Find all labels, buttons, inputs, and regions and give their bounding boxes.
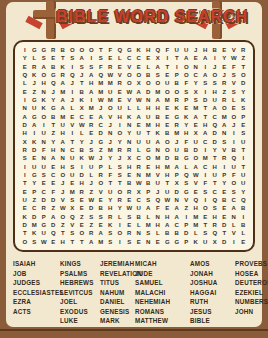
grid-cell[interactable]: H — [77, 179, 87, 187]
grid-cell[interactable]: B — [163, 229, 173, 237]
grid-cell[interactable]: U — [58, 121, 68, 129]
grid-cell[interactable]: H — [87, 79, 97, 87]
grid-cell[interactable]: L — [144, 63, 154, 71]
grid-cell[interactable]: E — [115, 96, 125, 104]
grid-cell[interactable]: Q — [49, 79, 59, 87]
grid-cell[interactable]: Z — [49, 204, 59, 212]
grid-cell[interactable]: S — [106, 229, 116, 237]
grid-cell[interactable]: A — [210, 104, 220, 112]
grid-cell[interactable]: C — [201, 138, 211, 146]
grid-cell[interactable]: H — [58, 163, 68, 171]
grid-cell[interactable]: L — [125, 104, 135, 112]
grid-cell[interactable]: H — [106, 204, 116, 212]
grid-cell[interactable]: V — [106, 113, 116, 121]
grid-cell[interactable]: E — [134, 63, 144, 71]
grid-cell[interactable]: R — [239, 46, 249, 54]
grid-cell[interactable]: B — [134, 213, 144, 221]
grid-cell[interactable]: V — [96, 188, 106, 196]
grid-cell[interactable]: B — [163, 129, 173, 137]
grid-cell[interactable]: B — [144, 179, 154, 187]
grid-cell[interactable]: B — [96, 204, 106, 212]
grid-cell[interactable]: I — [182, 213, 192, 221]
grid-cell[interactable]: K — [30, 229, 40, 237]
grid-cell[interactable]: H — [49, 146, 59, 154]
grid-cell[interactable]: E — [153, 238, 163, 246]
grid-cell[interactable]: C — [191, 71, 201, 79]
grid-cell[interactable]: O — [163, 88, 173, 96]
grid-cell[interactable]: Y — [115, 204, 125, 212]
grid-cell[interactable]: I — [163, 54, 173, 62]
grid-cell[interactable]: S — [220, 138, 230, 146]
grid-cell[interactable]: M — [153, 88, 163, 96]
grid-cell[interactable]: L — [229, 221, 239, 229]
grid-cell[interactable]: K — [20, 213, 30, 221]
grid-cell[interactable]: E — [77, 196, 87, 204]
grid-cell[interactable]: A — [77, 54, 87, 62]
grid-cell[interactable]: A — [172, 213, 182, 221]
grid-cell[interactable]: Z — [182, 204, 192, 212]
grid-cell[interactable]: W — [134, 96, 144, 104]
grid-cell[interactable]: D — [201, 96, 211, 104]
grid-cell[interactable]: S — [201, 79, 211, 87]
grid-cell[interactable]: I — [87, 54, 97, 62]
grid-cell[interactable]: G — [30, 46, 40, 54]
grid-cell[interactable]: O — [68, 46, 78, 54]
grid-cell[interactable]: L — [153, 229, 163, 237]
grid-cell[interactable]: R — [125, 146, 135, 154]
grid-cell[interactable]: Q — [153, 196, 163, 204]
grid-cell[interactable]: E — [163, 71, 173, 79]
grid-cell[interactable]: A — [153, 96, 163, 104]
grid-cell[interactable]: A — [163, 221, 173, 229]
grid-cell[interactable]: S — [229, 71, 239, 79]
grid-cell[interactable]: X — [153, 54, 163, 62]
grid-cell[interactable]: E — [77, 204, 87, 212]
grid-cell[interactable]: T — [68, 238, 78, 246]
grid-cell[interactable]: S — [239, 129, 249, 137]
grid-cell[interactable]: K — [30, 138, 40, 146]
grid-cell[interactable]: K — [106, 221, 116, 229]
grid-cell[interactable]: A — [153, 138, 163, 146]
grid-cell[interactable]: S — [68, 229, 78, 237]
grid-cell[interactable]: A — [58, 96, 68, 104]
grid-cell[interactable]: N — [229, 213, 239, 221]
grid-cell[interactable]: S — [229, 188, 239, 196]
grid-cell[interactable]: I — [201, 196, 211, 204]
grid-cell[interactable]: C — [134, 154, 144, 162]
grid-cell[interactable]: H — [163, 171, 173, 179]
grid-cell[interactable]: O — [182, 63, 192, 71]
grid-cell[interactable]: A — [96, 229, 106, 237]
grid-cell[interactable]: G — [163, 238, 173, 246]
grid-cell[interactable]: T — [239, 146, 249, 154]
grid-cell[interactable]: O — [182, 71, 192, 79]
grid-cell[interactable]: N — [134, 229, 144, 237]
grid-cell[interactable]: R — [172, 96, 182, 104]
grid-cell[interactable]: N — [134, 171, 144, 179]
grid-cell[interactable]: X — [77, 104, 87, 112]
grid-cell[interactable]: U — [210, 171, 220, 179]
grid-cell[interactable]: L — [20, 79, 30, 87]
grid-cell[interactable]: B — [77, 88, 87, 96]
grid-cell[interactable]: K — [153, 129, 163, 137]
grid-cell[interactable]: J — [229, 121, 239, 129]
grid-cell[interactable]: P — [144, 188, 154, 196]
grid-cell[interactable]: X — [125, 154, 135, 162]
grid-cell[interactable]: R — [220, 79, 230, 87]
grid-cell[interactable]: B — [125, 179, 135, 187]
grid-cell[interactable]: V — [68, 221, 78, 229]
grid-cell[interactable]: R — [106, 63, 116, 71]
grid-cell[interactable]: E — [134, 121, 144, 129]
grid-cell[interactable]: G — [30, 171, 40, 179]
grid-cell[interactable]: O — [144, 79, 154, 87]
grid-cell[interactable]: X — [172, 179, 182, 187]
grid-cell[interactable]: T — [201, 104, 211, 112]
grid-cell[interactable]: V — [182, 196, 192, 204]
grid-cell[interactable]: I — [115, 121, 125, 129]
grid-cell[interactable]: D — [210, 129, 220, 137]
grid-cell[interactable]: Y — [220, 54, 230, 62]
grid-cell[interactable]: U — [134, 129, 144, 137]
grid-cell[interactable]: W — [163, 196, 173, 204]
grid-cell[interactable]: K — [58, 63, 68, 71]
grid-cell[interactable]: O — [134, 71, 144, 79]
grid-cell[interactable]: K — [77, 96, 87, 104]
grid-cell[interactable]: Y — [210, 146, 220, 154]
grid-cell[interactable]: A — [191, 113, 201, 121]
grid-cell[interactable]: I — [210, 54, 220, 62]
grid-cell[interactable]: W — [77, 121, 87, 129]
grid-cell[interactable]: D — [220, 238, 230, 246]
grid-cell[interactable]: Y — [191, 79, 201, 87]
grid-cell[interactable]: G — [30, 96, 40, 104]
grid-cell[interactable]: S — [87, 146, 97, 154]
grid-cell[interactable]: M — [144, 221, 154, 229]
grid-cell[interactable]: A — [49, 154, 59, 162]
grid-cell[interactable]: O — [58, 213, 68, 221]
grid-cell[interactable]: N — [172, 196, 182, 204]
grid-cell[interactable]: E — [163, 104, 173, 112]
grid-cell[interactable]: U — [68, 154, 78, 162]
grid-cell[interactable]: H — [201, 46, 211, 54]
grid-cell[interactable]: Y — [239, 88, 249, 96]
grid-cell[interactable]: L — [106, 163, 116, 171]
grid-cell[interactable]: X — [134, 79, 144, 87]
grid-cell[interactable]: N — [20, 104, 30, 112]
grid-cell[interactable]: M — [87, 104, 97, 112]
grid-cell[interactable]: L — [30, 54, 40, 62]
grid-cell[interactable]: R — [134, 163, 144, 171]
grid-cell[interactable]: W — [229, 54, 239, 62]
grid-cell[interactable]: U — [68, 171, 78, 179]
grid-cell[interactable]: U — [172, 146, 182, 154]
grid-cell[interactable]: E — [49, 179, 59, 187]
grid-cell[interactable]: V — [58, 196, 68, 204]
grid-cell[interactable]: O — [210, 71, 220, 79]
grid-cell[interactable]: E — [20, 188, 30, 196]
grid-cell[interactable]: B — [220, 196, 230, 204]
grid-cell[interactable]: H — [210, 88, 220, 96]
grid-cell[interactable]: A — [39, 63, 49, 71]
grid-cell[interactable]: W — [106, 71, 116, 79]
grid-cell[interactable]: K — [182, 113, 192, 121]
grid-cell[interactable]: R — [115, 196, 125, 204]
grid-cell[interactable]: S — [96, 213, 106, 221]
grid-cell[interactable]: M — [144, 171, 154, 179]
grid-cell[interactable]: H — [153, 221, 163, 229]
grid-cell[interactable]: E — [96, 196, 106, 204]
grid-cell[interactable]: S — [106, 238, 116, 246]
grid-cell[interactable]: H — [153, 121, 163, 129]
grid-cell[interactable]: C — [134, 196, 144, 204]
grid-cell[interactable]: R — [77, 188, 87, 196]
grid-cell[interactable]: L — [134, 104, 144, 112]
grid-cell[interactable]: E — [49, 238, 59, 246]
grid-cell[interactable]: T — [49, 121, 59, 129]
grid-cell[interactable]: I — [68, 88, 78, 96]
grid-cell[interactable]: S — [153, 71, 163, 79]
grid-cell[interactable]: F — [182, 79, 192, 87]
grid-cell[interactable]: O — [106, 104, 116, 112]
grid-cell[interactable]: A — [20, 113, 30, 121]
grid-cell[interactable]: B — [239, 204, 249, 212]
grid-cell[interactable]: P — [239, 113, 249, 121]
grid-cell[interactable]: O — [77, 229, 87, 237]
grid-cell[interactable]: N — [58, 146, 68, 154]
grid-cell[interactable]: M — [106, 79, 116, 87]
grid-cell[interactable]: O — [39, 71, 49, 79]
grid-cell[interactable]: E — [201, 213, 211, 221]
grid-cell[interactable]: N — [153, 213, 163, 221]
grid-cell[interactable]: M — [96, 79, 106, 87]
grid-cell[interactable]: A — [229, 204, 239, 212]
grid-cell[interactable]: W — [87, 154, 97, 162]
grid-cell[interactable]: P — [182, 238, 192, 246]
grid-cell[interactable]: Y — [182, 121, 192, 129]
grid-cell[interactable]: A — [49, 213, 59, 221]
grid-cell[interactable]: E — [125, 221, 135, 229]
grid-cell[interactable]: N — [125, 121, 135, 129]
grid-cell[interactable]: O — [239, 71, 249, 79]
grid-cell[interactable]: T — [106, 179, 116, 187]
grid-cell[interactable]: I — [201, 171, 211, 179]
grid-cell[interactable]: I — [220, 163, 230, 171]
grid-cell[interactable]: Q — [182, 171, 192, 179]
grid-cell[interactable]: Q — [68, 71, 78, 79]
grid-cell[interactable]: Z — [87, 221, 97, 229]
grid-cell[interactable]: J — [191, 46, 201, 54]
grid-cell[interactable]: M — [191, 104, 201, 112]
grid-cell[interactable]: G — [182, 188, 192, 196]
grid-cell[interactable]: O — [153, 79, 163, 87]
grid-cell[interactable]: J — [49, 88, 59, 96]
grid-cell[interactable]: A — [58, 104, 68, 112]
grid-cell[interactable]: Y — [106, 196, 116, 204]
grid-cell[interactable]: G — [125, 46, 135, 54]
grid-cell[interactable]: J — [68, 79, 78, 87]
grid-cell[interactable]: I — [20, 96, 30, 104]
grid-cell[interactable]: V — [229, 46, 239, 54]
grid-cell[interactable]: I — [115, 238, 125, 246]
grid-cell[interactable]: B — [49, 63, 59, 71]
grid-cell[interactable]: D — [220, 221, 230, 229]
grid-cell[interactable]: C — [229, 196, 239, 204]
grid-cell[interactable]: O — [125, 71, 135, 79]
grid-cell[interactable]: A — [134, 88, 144, 96]
grid-cell[interactable]: T — [239, 163, 249, 171]
grid-cell[interactable]: U — [39, 163, 49, 171]
grid-cell[interactable]: O — [58, 171, 68, 179]
grid-cell[interactable]: S — [201, 188, 211, 196]
grid-cell[interactable]: M — [106, 146, 116, 154]
grid-cell[interactable]: U — [172, 46, 182, 54]
grid-cell[interactable]: A — [220, 121, 230, 129]
grid-cell[interactable]: L — [182, 163, 192, 171]
grid-cell[interactable]: K — [172, 104, 182, 112]
grid-cell[interactable]: M — [144, 121, 154, 129]
grid-cell[interactable]: W — [125, 88, 135, 96]
grid-cell[interactable]: G — [182, 154, 192, 162]
grid-cell[interactable]: M — [201, 154, 211, 162]
grid-cell[interactable]: S — [239, 104, 249, 112]
grid-cell[interactable]: H — [125, 163, 135, 171]
grid-cell[interactable]: D — [49, 221, 59, 229]
grid-cell[interactable]: S — [68, 54, 78, 62]
grid-cell[interactable]: L — [239, 229, 249, 237]
grid-cell[interactable]: S — [144, 229, 154, 237]
grid-cell[interactable]: D — [20, 121, 30, 129]
grid-cell[interactable]: A — [87, 238, 97, 246]
grid-cell[interactable]: I — [229, 129, 239, 137]
grid-cell[interactable]: B — [172, 79, 182, 87]
grid-cell[interactable]: T — [239, 63, 249, 71]
grid-cell[interactable]: E — [220, 63, 230, 71]
grid-cell[interactable]: E — [163, 121, 173, 129]
grid-cell[interactable]: L — [68, 104, 78, 112]
grid-cell[interactable]: E — [229, 104, 239, 112]
grid-cell[interactable]: F — [106, 171, 116, 179]
grid-cell[interactable]: N — [144, 238, 154, 246]
grid-cell[interactable]: E — [163, 113, 173, 121]
grid-cell[interactable]: G — [172, 238, 182, 246]
grid-cell[interactable]: M — [153, 154, 163, 162]
grid-cell[interactable]: U — [134, 204, 144, 212]
grid-cell[interactable]: E — [220, 46, 230, 54]
grid-cell[interactable]: C — [201, 163, 211, 171]
grid-cell[interactable]: N — [144, 96, 154, 104]
grid-cell[interactable]: E — [49, 54, 59, 62]
grid-cell[interactable]: I — [201, 146, 211, 154]
grid-cell[interactable]: C — [77, 113, 87, 121]
grid-cell[interactable]: Y — [77, 138, 87, 146]
grid-cell[interactable]: N — [39, 138, 49, 146]
grid-cell[interactable]: E — [239, 238, 249, 246]
grid-cell[interactable]: S — [39, 54, 49, 62]
grid-cell[interactable]: U — [201, 238, 211, 246]
grid-cell[interactable]: U — [115, 104, 125, 112]
grid-cell[interactable]: E — [163, 204, 173, 212]
grid-cell[interactable]: R — [125, 188, 135, 196]
grid-cell[interactable]: S — [210, 204, 220, 212]
grid-cell[interactable]: O — [39, 113, 49, 121]
grid-cell[interactable]: Z — [30, 196, 40, 204]
grid-cell[interactable]: P — [30, 188, 40, 196]
grid-cell[interactable]: N — [125, 138, 135, 146]
grid-cell[interactable]: E — [20, 88, 30, 96]
grid-cell[interactable]: Z — [30, 88, 40, 96]
grid-cell[interactable]: O — [115, 229, 125, 237]
grid-cell[interactable]: O — [163, 138, 173, 146]
grid-cell[interactable]: R — [49, 46, 59, 54]
grid-cell[interactable]: J — [68, 96, 78, 104]
grid-cell[interactable]: H — [58, 129, 68, 137]
grid-cell[interactable]: C — [96, 121, 106, 129]
grid-cell[interactable]: Y — [49, 138, 59, 146]
grid-cell[interactable]: T — [20, 179, 30, 187]
grid-cell[interactable]: X — [210, 238, 220, 246]
grid-cell[interactable]: U — [30, 104, 40, 112]
grid-cell[interactable]: A — [87, 71, 97, 79]
grid-cell[interactable]: O — [201, 204, 211, 212]
grid-cell[interactable]: R — [39, 204, 49, 212]
grid-cell[interactable]: C — [39, 188, 49, 196]
grid-cell[interactable]: U — [191, 138, 201, 146]
grid-cell[interactable]: R — [96, 171, 106, 179]
grid-cell[interactable]: D — [163, 154, 173, 162]
grid-cell[interactable]: U — [144, 138, 154, 146]
grid-cell[interactable]: F — [96, 63, 106, 71]
grid-cell[interactable]: E — [220, 188, 230, 196]
grid-cell[interactable]: M — [163, 163, 173, 171]
grid-cell[interactable]: U — [39, 129, 49, 137]
grid-cell[interactable]: X — [68, 204, 78, 212]
grid-cell[interactable]: K — [191, 238, 201, 246]
grid-cell[interactable]: S — [229, 88, 239, 96]
grid-cell[interactable]: M — [191, 213, 201, 221]
grid-cell[interactable]: V — [229, 229, 239, 237]
grid-cell[interactable]: F — [39, 146, 49, 154]
grid-cell[interactable]: I — [201, 88, 211, 96]
grid-cell[interactable]: J — [77, 71, 87, 79]
grid-cell[interactable]: M — [191, 221, 201, 229]
grid-cell[interactable]: P — [96, 163, 106, 171]
grid-cell[interactable]: Z — [87, 188, 97, 196]
grid-cell[interactable]: Y — [30, 179, 40, 187]
grid-cell[interactable]: E — [239, 121, 249, 129]
grid-cell[interactable]: A — [153, 63, 163, 71]
grid-cell[interactable]: C — [49, 171, 59, 179]
grid-cell[interactable]: T — [144, 129, 154, 137]
grid-cell[interactable]: A — [144, 204, 154, 212]
grid-cell[interactable]: J — [106, 121, 116, 129]
grid-cell[interactable]: E — [77, 221, 87, 229]
grid-cell[interactable]: R — [115, 79, 125, 87]
grid-cell[interactable]: F — [229, 63, 239, 71]
grid-cell[interactable]: D — [191, 146, 201, 154]
grid-cell[interactable]: V — [191, 179, 201, 187]
grid-cell[interactable]: B — [144, 71, 154, 79]
grid-cell[interactable]: U — [106, 188, 116, 196]
grid-cell[interactable]: E — [191, 188, 201, 196]
grid-cell[interactable]: H — [144, 104, 154, 112]
grid-cell[interactable]: A — [58, 138, 68, 146]
grid-cell[interactable]: J — [58, 188, 68, 196]
grid-cell[interactable]: S — [96, 54, 106, 62]
grid-cell[interactable]: A — [96, 113, 106, 121]
grid-cell[interactable]: U — [30, 163, 40, 171]
grid-cell[interactable]: H — [153, 163, 163, 171]
